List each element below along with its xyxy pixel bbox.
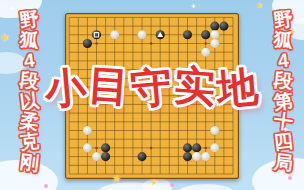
caption-char: 地 [214,59,262,118]
caption-char: 狐 [18,29,39,52]
caption-char: 守 [128,59,176,118]
thumbnail-scene: 小目守实地 野狐4段以柔克刚 野狐4段第十四局 ✦ ★ ✦ ★ ★ ★ ★ ✦ [0,0,304,190]
star-icon: ★ [290,28,296,35]
title-banner: 小目守实地 [0,60,304,115]
pink-dot [288,176,292,180]
caption-left: 野狐4段以柔克刚 [16,10,42,173]
star-icon: ★ [256,2,263,10]
star-icon: ★ [149,177,159,187]
caption-char: 局 [272,152,293,175]
sparkle-icon: ✦ [8,4,16,13]
caption-char: 实 [172,58,219,116]
cloud [176,184,236,190]
star-icon: ★ [0,31,11,44]
caption-char: 刚 [18,152,39,175]
sparkle-icon: ✦ [190,3,197,11]
pink-dot [170,183,174,187]
caption-char: 小 [42,59,90,118]
sparkle-icon: ✦ [282,126,289,134]
pink-dot [44,184,48,188]
caption-char: 目 [86,58,133,116]
